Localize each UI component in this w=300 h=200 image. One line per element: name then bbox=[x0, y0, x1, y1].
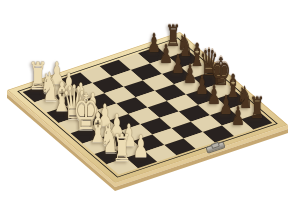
piece-white-pawn[interactable]: ♟ bbox=[133, 131, 149, 162]
pieces-layer: ♜♞♝♛♚♝♞♜♟♟♟♟♟♟♟♟♟♟♟♟♟♟♟♟♜♞♝♛♚♝♞♜ bbox=[0, 0, 300, 200]
piece-black-rook[interactable]: ♜ bbox=[249, 94, 264, 123]
piece-white-rook[interactable]: ♜ bbox=[112, 131, 132, 168]
piece-black-pawn[interactable]: ♟ bbox=[231, 104, 245, 130]
chess-set-photo: ♜♞♝♛♚♝♞♜♟♟♟♟♟♟♟♟♟♟♟♟♟♟♟♟♜♞♝♛♚♝♞♜ bbox=[0, 0, 300, 200]
